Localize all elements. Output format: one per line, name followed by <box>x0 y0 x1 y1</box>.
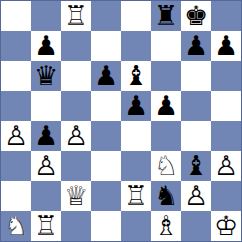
black-knight-icon[interactable]: ♞ <box>151 181 181 211</box>
white-piece-fill: ♞ <box>151 151 181 181</box>
square-f2[interactable]: ♞ <box>151 181 181 211</box>
square-g2[interactable]: ♟♙ <box>181 181 211 211</box>
black-queen-icon[interactable]: ♛ <box>31 61 61 91</box>
white-pawn-icon[interactable]: ♟♙ <box>31 151 61 181</box>
square-b3[interactable]: ♟♙ <box>31 151 61 181</box>
square-b4[interactable]: ♟ <box>31 121 61 151</box>
square-a5[interactable] <box>1 91 31 121</box>
white-knight-icon[interactable]: ♞♘ <box>1 211 31 241</box>
square-f6[interactable] <box>151 61 181 91</box>
white-piece-outline: ♖ <box>31 211 61 241</box>
black-king-icon[interactable]: ♚ <box>181 1 211 31</box>
white-piece-fill: ♟ <box>1 121 31 151</box>
black-piece-glyph: ♟ <box>91 61 121 91</box>
white-bishop-icon[interactable]: ♝♗ <box>151 211 181 241</box>
square-c6[interactable] <box>61 61 91 91</box>
square-e6[interactable]: ♝ <box>121 61 151 91</box>
square-a2[interactable] <box>1 181 31 211</box>
white-piece-fill: ♟ <box>61 121 91 151</box>
black-piece-glyph: ♟ <box>31 31 61 61</box>
black-pawn-icon[interactable]: ♟ <box>211 31 241 61</box>
square-c8[interactable]: ♜♖ <box>61 1 91 31</box>
black-bishop-icon[interactable]: ♝ <box>181 151 211 181</box>
square-h6[interactable] <box>211 61 241 91</box>
white-piece-outline: ♕ <box>61 181 91 211</box>
white-piece-outline: ♘ <box>151 151 181 181</box>
black-piece-glyph: ♛ <box>31 61 61 91</box>
white-piece-outline: ♙ <box>1 121 31 151</box>
square-e3[interactable] <box>121 151 151 181</box>
square-d7[interactable] <box>91 31 121 61</box>
black-piece-glyph: ♞ <box>151 181 181 211</box>
white-piece-outline: ♙ <box>211 151 241 181</box>
black-piece-glyph: ♟ <box>181 31 211 61</box>
square-e4[interactable] <box>121 121 151 151</box>
chess-board: ♜♖♜♚♟♟♟♛♟♝♟♟♟♙♟♟♙♟♙♞♘♝♟♙♛♕♜♖♞♟♙♞♘♜♖♝♗♚♔ <box>1 1 241 241</box>
white-piece-fill: ♟ <box>211 151 241 181</box>
black-piece-glyph: ♝ <box>181 151 211 181</box>
square-f4[interactable] <box>151 121 181 151</box>
white-pawn-icon[interactable]: ♟♙ <box>211 151 241 181</box>
white-piece-outline: ♙ <box>31 151 61 181</box>
square-c4[interactable]: ♟♙ <box>61 121 91 151</box>
square-d1[interactable] <box>91 211 121 241</box>
black-piece-glyph: ♚ <box>181 1 211 31</box>
square-d8[interactable] <box>91 1 121 31</box>
white-piece-outline: ♖ <box>121 181 151 211</box>
black-piece-glyph: ♟ <box>121 91 151 121</box>
white-rook-icon[interactable]: ♜♖ <box>61 1 91 31</box>
square-e5[interactable]: ♟ <box>121 91 151 121</box>
black-piece-glyph: ♟ <box>211 31 241 61</box>
white-pawn-icon[interactable]: ♟♙ <box>1 121 31 151</box>
black-pawn-icon[interactable]: ♟ <box>151 91 181 121</box>
square-h7[interactable]: ♟ <box>211 31 241 61</box>
black-piece-glyph: ♝ <box>121 61 151 91</box>
square-g7[interactable]: ♟ <box>181 31 211 61</box>
white-pawn-icon[interactable]: ♟♙ <box>181 181 211 211</box>
white-piece-fill: ♚ <box>211 211 241 241</box>
square-g6[interactable] <box>181 61 211 91</box>
white-piece-fill: ♟ <box>181 181 211 211</box>
square-h3[interactable]: ♟♙ <box>211 151 241 181</box>
white-rook-icon[interactable]: ♜♖ <box>121 181 151 211</box>
black-pawn-icon[interactable]: ♟ <box>91 61 121 91</box>
black-piece-glyph: ♟ <box>151 91 181 121</box>
black-piece-glyph: ♜ <box>151 1 181 31</box>
black-bishop-icon[interactable]: ♝ <box>121 61 151 91</box>
square-c2[interactable]: ♛♕ <box>61 181 91 211</box>
square-g5[interactable] <box>181 91 211 121</box>
white-rook-icon[interactable]: ♜♖ <box>31 211 61 241</box>
white-queen-icon[interactable]: ♛♕ <box>61 181 91 211</box>
square-e7[interactable] <box>121 31 151 61</box>
square-e8[interactable] <box>121 1 151 31</box>
white-piece-outline: ♗ <box>151 211 181 241</box>
square-g3[interactable]: ♝ <box>181 151 211 181</box>
square-c3[interactable] <box>61 151 91 181</box>
white-piece-fill: ♜ <box>31 211 61 241</box>
square-a1[interactable]: ♞♘ <box>1 211 31 241</box>
white-piece-fill: ♟ <box>31 151 61 181</box>
square-b5[interactable] <box>31 91 61 121</box>
square-f3[interactable]: ♞♘ <box>151 151 181 181</box>
square-h4[interactable] <box>211 121 241 151</box>
square-a3[interactable] <box>1 151 31 181</box>
square-c7[interactable] <box>61 31 91 61</box>
square-d4[interactable] <box>91 121 121 151</box>
white-piece-fill: ♞ <box>1 211 31 241</box>
white-king-icon[interactable]: ♚♔ <box>211 211 241 241</box>
white-piece-outline: ♖ <box>61 1 91 31</box>
square-h5[interactable] <box>211 91 241 121</box>
black-pawn-icon[interactable]: ♟ <box>181 31 211 61</box>
white-piece-outline: ♘ <box>1 211 31 241</box>
chess-board-frame: ♜♖♜♚♟♟♟♛♟♝♟♟♟♙♟♟♙♟♙♞♘♝♟♙♛♕♜♖♞♟♙♞♘♜♖♝♗♚♔ <box>0 0 242 242</box>
white-pawn-icon[interactable]: ♟♙ <box>61 121 91 151</box>
black-rook-icon[interactable]: ♜ <box>151 1 181 31</box>
square-h1[interactable]: ♚♔ <box>211 211 241 241</box>
white-piece-fill: ♝ <box>151 211 181 241</box>
square-g8[interactable]: ♚ <box>181 1 211 31</box>
black-pawn-icon[interactable]: ♟ <box>121 91 151 121</box>
square-d5[interactable] <box>91 91 121 121</box>
square-d3[interactable] <box>91 151 121 181</box>
square-b1[interactable]: ♜♖ <box>31 211 61 241</box>
square-f7[interactable] <box>151 31 181 61</box>
white-piece-outline: ♔ <box>211 211 241 241</box>
square-g4[interactable] <box>181 121 211 151</box>
square-d2[interactable] <box>91 181 121 211</box>
white-knight-icon[interactable]: ♞♘ <box>151 151 181 181</box>
square-e2[interactable]: ♜♖ <box>121 181 151 211</box>
white-piece-outline: ♙ <box>61 121 91 151</box>
black-pawn-icon[interactable]: ♟ <box>31 31 61 61</box>
square-a4[interactable]: ♟♙ <box>1 121 31 151</box>
square-b2[interactable] <box>31 181 61 211</box>
square-b6[interactable]: ♛ <box>31 61 61 91</box>
square-g1[interactable] <box>181 211 211 241</box>
square-c1[interactable] <box>61 211 91 241</box>
square-f8[interactable]: ♜ <box>151 1 181 31</box>
square-a8[interactable] <box>1 1 31 31</box>
square-b7[interactable]: ♟ <box>31 31 61 61</box>
black-pawn-icon[interactable]: ♟ <box>31 121 61 151</box>
square-h8[interactable] <box>211 1 241 31</box>
square-b8[interactable] <box>31 1 61 31</box>
white-piece-outline: ♙ <box>181 181 211 211</box>
square-a6[interactable] <box>1 61 31 91</box>
white-piece-fill: ♜ <box>121 181 151 211</box>
square-c5[interactable] <box>61 91 91 121</box>
black-piece-glyph: ♟ <box>31 121 61 151</box>
square-f5[interactable]: ♟ <box>151 91 181 121</box>
square-f1[interactable]: ♝♗ <box>151 211 181 241</box>
square-a7[interactable] <box>1 31 31 61</box>
square-h2[interactable] <box>211 181 241 211</box>
white-piece-fill: ♜ <box>61 1 91 31</box>
square-e1[interactable] <box>121 211 151 241</box>
square-d6[interactable]: ♟ <box>91 61 121 91</box>
white-piece-fill: ♛ <box>61 181 91 211</box>
